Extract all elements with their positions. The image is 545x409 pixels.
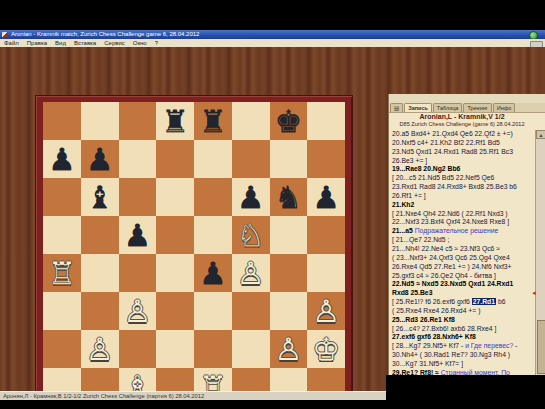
- square-c8[interactable]: [119, 102, 157, 140]
- wood-desktop-background: ♜♜♚♟♟♝♟♞♟♟♘♖♟♙♙♙♙♙♔♗♖ ↺|◄◄▲►►|↻ ◄►▲▼✚✖♙♘…: [0, 47, 545, 400]
- move-text[interactable]: ( 23...Nxf3+ 24.Qxf3 Qc6 25.Qg4 Qxe4: [392, 254, 510, 261]
- square-a7[interactable]: ♟: [43, 140, 81, 178]
- square-e6[interactable]: [194, 178, 232, 216]
- notation-line: 27.exf6 gxf6 28.Nxh6+ Kf8: [392, 333, 533, 342]
- move-text[interactable]: [ 21...Qe7 22.Nd5 ;: [392, 236, 449, 243]
- square-e5[interactable]: [194, 216, 232, 254]
- piece-black-knight[interactable]: ♞: [274, 178, 302, 216]
- move-text[interactable]: 22...Nxf3 23.Bxf4 Qxf4 24.Nxe8 Rxe8 ]: [392, 218, 509, 225]
- piece-white-pawn[interactable]: ♙: [123, 292, 151, 330]
- scroll-up-arrow[interactable]: ▲: [536, 130, 545, 139]
- board-frame: ♜♜♚♟♟♝♟♞♟♟♘♖♟♙♙♙♙♙♔♗♖: [35, 95, 353, 409]
- piece-black-king[interactable]: ♚: [274, 102, 302, 140]
- move-text[interactable]: [ 25.Re1!? f6 26.exf6 gxf6: [392, 298, 472, 305]
- notation-line: 20.Nxf5 c4+ 21.Kh2 Bf2 22.Rf1 Bd5: [392, 139, 533, 148]
- square-h5[interactable]: [307, 216, 345, 254]
- move-text[interactable]: 21...Nh4! 22.Ne4 c5 ≈ 23.Nf3 Qc6 ≈: [392, 245, 500, 252]
- notation-line: [ 26...c4? 27.Bxb6! axb6 28.Rxe4 ]: [392, 325, 533, 334]
- square-h7[interactable]: [307, 140, 345, 178]
- move-text[interactable]: 27.exf6 gxf6 28.Nxh6+ Kf8: [392, 333, 476, 340]
- notation-line: [ 20...c5 21.Nd5 Bd5 22.Nef5 Qe6: [392, 174, 533, 183]
- notation-tab[interactable]: ▤: [390, 103, 403, 112]
- notation-line: 26.Rf1 += ]: [392, 192, 533, 201]
- piece-black-pawn[interactable]: ♟: [237, 178, 265, 216]
- square-h4[interactable]: [307, 254, 345, 292]
- notation-tab[interactable]: Таблица: [433, 103, 463, 112]
- square-a6[interactable]: [43, 178, 81, 216]
- window-title: Aronian - Kramnik match, Zurich Chess Ch…: [11, 30, 199, 39]
- piece-black-rook[interactable]: ♜: [199, 102, 227, 140]
- move-text[interactable]: [ 21.Nxe4 Qh4 22.Nd6 ( 22.Rf1 Nxd3 ): [392, 210, 508, 217]
- square-e2[interactable]: [194, 330, 232, 368]
- move-text[interactable]: 19...Rae8 20.Ng2 Bb6: [392, 165, 460, 172]
- square-d3[interactable]: [156, 292, 194, 330]
- square-g6[interactable]: ♞: [270, 178, 308, 216]
- letterbox-bottom: [0, 400, 545, 409]
- move-text[interactable]: 25...Rd3 26.Re1 Kf8: [392, 316, 455, 323]
- move-text[interactable]: [ 28...Kg7 29.Nf5+ Kf7 -: [392, 342, 465, 349]
- app-icon: [2, 32, 8, 38]
- move-text[interactable]: 26.Rxe4 Qd5 27.Re1 += ) 24.Nf6 Nxf3+: [392, 263, 512, 270]
- notation-line: 26.Be3 += ]: [392, 157, 533, 166]
- piece-black-pawn[interactable]: ♟: [199, 254, 227, 292]
- notation-line: Rxd8 25.Be3: [392, 289, 533, 298]
- notation-line: 23.Rxd1 Rad8 24.Rxd8+ Bxd8 25.Be3 b6: [392, 183, 533, 192]
- menu-item[interactable]: Вставка: [70, 39, 100, 47]
- square-f6[interactable]: ♟: [232, 178, 270, 216]
- square-c2[interactable]: [119, 330, 157, 368]
- piece-black-pawn[interactable]: ♟: [86, 140, 114, 178]
- move-text[interactable]: 23.Nd5 Qxd1 24.Rxd1 Rad8 25.Rf1 Bc3: [392, 148, 513, 155]
- square-f8[interactable]: [232, 102, 270, 140]
- piece-black-rook[interactable]: ♜: [161, 102, 189, 140]
- notation-tab[interactable]: Тренинг: [463, 103, 491, 112]
- square-c4[interactable]: [119, 254, 157, 292]
- notation-line: [ 25.Re1!? f6 26.exf6 gxf6 27.Rd1 b6: [392, 298, 533, 307]
- square-h3[interactable]: ♙: [307, 292, 345, 330]
- notation-line: 21...Nh4! 22.Ne4 c5 ≈ 23.Nf3 Qc6 ≈: [392, 245, 533, 254]
- move-text[interactable]: 26.Rf1 += ]: [392, 192, 426, 199]
- square-a3[interactable]: [43, 292, 81, 330]
- menu-item[interactable]: Сервис: [100, 39, 129, 47]
- move-text[interactable]: ( 25.Rxe4 Rxe4 26.Rxd4 += ): [392, 307, 480, 314]
- square-c7[interactable]: [119, 140, 157, 178]
- notation-line: [ 28...Kg7 29.Nf5+ Kf7 - и Где перевес? …: [392, 342, 533, 351]
- menu-item[interactable]: Правка: [23, 39, 51, 47]
- letterbox-bottom-right: [386, 375, 545, 400]
- square-g3[interactable]: [270, 292, 308, 330]
- notation-line: 25.gxf3 c4 ≈ 26.Qe2 Qh4 - битва ]: [392, 272, 533, 281]
- notation-line: 22...Nxf3 23.Bxf4 Qxf4 24.Nxe8 Rxe8 ]: [392, 218, 533, 227]
- square-b6[interactable]: ♝: [81, 178, 119, 216]
- piece-black-pawn[interactable]: ♟: [123, 216, 151, 254]
- notation-line: 21.Kh2: [392, 201, 533, 210]
- square-d6[interactable]: [156, 178, 194, 216]
- move-text[interactable]: Rxd8 25.Be3: [392, 289, 432, 296]
- annotation-text: и Где перевес?: [465, 342, 513, 349]
- move-text[interactable]: 23.Rxd1 Rad8 24.Rxd8+ Bxd8 25.Be3 b6: [392, 183, 517, 190]
- square-d8[interactable]: ♜: [156, 102, 194, 140]
- piece-white-knight[interactable]: ♘: [237, 216, 265, 254]
- notation-line: 20.a5 Bxd4+ 21.Qxd4 Qe6 22.Qf2 ± +=): [392, 130, 533, 139]
- selected-move[interactable]: 27.Rd1: [472, 298, 496, 305]
- square-b8[interactable]: [81, 102, 119, 140]
- square-h8[interactable]: [307, 102, 345, 140]
- square-e3[interactable]: [194, 292, 232, 330]
- square-a5[interactable]: [43, 216, 81, 254]
- vertical-scroll-thumb[interactable]: [537, 320, 545, 374]
- square-h2[interactable]: ♔: [307, 330, 345, 368]
- square-g8[interactable]: ♚: [270, 102, 308, 140]
- square-d5[interactable]: [156, 216, 194, 254]
- piece-black-bishop[interactable]: ♝: [86, 178, 114, 216]
- menu-item[interactable]: Вид: [51, 39, 70, 47]
- square-g2[interactable]: ♙: [270, 330, 308, 368]
- square-c6[interactable]: [119, 178, 157, 216]
- square-g4[interactable]: [270, 254, 308, 292]
- notation-line: 22.Nd5 ≈ Nxd5 23.Nxd5 Qxd1 24.Rxd1: [392, 280, 533, 289]
- move-text[interactable]: 25.gxf3 c4 ≈ 26.Qe2 Qh4 - битва ]: [392, 272, 496, 279]
- move-text[interactable]: 20.Nxf5 c4+ 21.Kh2 Bf2 22.Rf1 Bd5: [392, 139, 500, 146]
- move-text[interactable]: 20.a5 Bxd4+ 21.Qxd4 Qe6 22.Qf2 ± +=): [392, 130, 513, 137]
- square-g5[interactable]: [270, 216, 308, 254]
- square-g7[interactable]: [270, 140, 308, 178]
- square-d2[interactable]: [156, 330, 194, 368]
- square-f3[interactable]: [232, 292, 270, 330]
- square-a2[interactable]: [43, 330, 81, 368]
- notation-text: 20.a5 Bxd4+ 21.Qxd4 Qe6 22.Qf2 ± +=)20.N…: [392, 130, 533, 409]
- square-a4[interactable]: ♖: [43, 254, 81, 292]
- square-e7[interactable]: [194, 140, 232, 178]
- notation-line: [ 21...Qe7 22.Nd5 ;: [392, 236, 533, 245]
- move-text[interactable]: 30.Nh4+ ( 30.Rad1 Re7? 30.Ng3 Rh4 ): [392, 351, 510, 358]
- square-f7[interactable]: [232, 140, 270, 178]
- move-text[interactable]: [ 26...c4? 27.Bxb6! axb6 28.Rxe4 ]: [392, 325, 496, 332]
- notation-line: [ 21.Nxe4 Qh4 22.Nd6 ( 22.Rf1 Nxd3 ): [392, 210, 533, 219]
- square-b4[interactable]: [81, 254, 119, 292]
- menu-item[interactable]: ?: [151, 39, 162, 47]
- notation-line: 23.Nd5 Qxd1 24.Rxd1 Rad8 25.Rf1 Bc3: [392, 148, 533, 157]
- move-text[interactable]: b6: [496, 298, 505, 305]
- move-text[interactable]: [ 20...c5 21.Nd5 Bd5 22.Nef5 Qe6: [392, 174, 494, 181]
- move-text[interactable]: 21...a5: [392, 227, 415, 234]
- square-b3[interactable]: [81, 292, 119, 330]
- menu-item[interactable]: Файл: [0, 39, 23, 47]
- move-text[interactable]: -: [513, 342, 517, 349]
- square-a8[interactable]: [43, 102, 81, 140]
- piece-white-king[interactable]: ♔: [312, 330, 340, 368]
- notation-tab[interactable]: Инфо: [493, 103, 516, 112]
- square-e4[interactable]: ♟: [194, 254, 232, 292]
- square-f4[interactable]: ♙: [232, 254, 270, 292]
- square-f5[interactable]: ♘: [232, 216, 270, 254]
- game-players-header: Aronian,L - Kramnik,V 1/2: [389, 113, 535, 120]
- square-e8[interactable]: ♜: [194, 102, 232, 140]
- piece-white-pawn[interactable]: ♙: [312, 292, 340, 330]
- square-b2[interactable]: ♙: [81, 330, 119, 368]
- chess-board: ♜♜♚♟♟♝♟♞♟♟♘♖♟♙♙♙♙♙♔♗♖: [43, 102, 345, 406]
- annotation-text: Подражательное решение: [415, 227, 499, 234]
- piece-white-rook[interactable]: ♖: [48, 254, 76, 292]
- letterbox-top: [0, 0, 545, 30]
- window-title-bar: Aronian - Kramnik match, Zurich Chess Ch…: [0, 30, 545, 39]
- move-text[interactable]: 26.Be3 += ]: [392, 157, 427, 164]
- square-d7[interactable]: [156, 140, 194, 178]
- move-text[interactable]: 30...Kg7 31.Nf5+ Kf7= ]: [392, 360, 463, 367]
- notation-line: ( 23...Nxf3+ 24.Qxf3 Qc6 25.Qg4 Qxe4: [392, 254, 533, 263]
- piece-black-pawn[interactable]: ♟: [312, 178, 340, 216]
- piece-white-pawn[interactable]: ♙: [274, 330, 302, 368]
- square-h6[interactable]: ♟: [307, 178, 345, 216]
- notation-line: 21...a5 Подражательное решение: [392, 227, 533, 236]
- square-c3[interactable]: ♙: [119, 292, 157, 330]
- menu-item[interactable]: Окно: [129, 39, 151, 47]
- square-b5[interactable]: [81, 216, 119, 254]
- piece-white-pawn[interactable]: ♙: [237, 254, 265, 292]
- notation-tabs: ▤ЗаписьТаблицаТренингИнфо: [389, 103, 545, 113]
- status-bar: Аронян,Л - Крамник,В 1/2-1/2 Zurich Ches…: [0, 391, 386, 400]
- notation-panel: ◄►▲▼✚✖♙♘♗♖♕♔N? ▤ЗаписьТаблицаТренингИнфо…: [388, 94, 545, 409]
- notation-line: 19...Rae8 20.Ng2 Bb6: [392, 165, 533, 174]
- move-text[interactable]: 22.Nd5 ≈ Nxd5 23.Nxd5 Qxd1 24.Rxd1: [392, 280, 513, 287]
- square-c5[interactable]: ♟: [119, 216, 157, 254]
- move-text[interactable]: 21.Kh2: [392, 201, 414, 208]
- square-f2[interactable]: [232, 330, 270, 368]
- piece-black-pawn[interactable]: ♟: [48, 140, 76, 178]
- notation-line: 30.Nh4+ ( 30.Rad1 Re7? 30.Ng3 Rh4 ): [392, 351, 533, 360]
- square-b7[interactable]: ♟: [81, 140, 119, 178]
- notation-line: 26.Rxe4 Qd5 27.Re1 += ) 24.Nf6 Nxf3+: [392, 263, 533, 272]
- vertical-scrollbar[interactable]: ▲ ▼ ◄: [535, 130, 545, 409]
- piece-white-pawn[interactable]: ♙: [86, 330, 114, 368]
- notation-line: 30...Kg7 31.Nf5+ Kf7= ]: [392, 360, 533, 369]
- notation-line: ( 25.Rxe4 Rxe4 26.Rxd4 += ): [392, 307, 533, 316]
- variation-marker-icon: ◄: [531, 290, 537, 296]
- notation-tab[interactable]: Запись: [404, 103, 432, 112]
- square-d4[interactable]: [156, 254, 194, 292]
- game-event-header: D85 Zurich Chess Challenge (game 6) 28.0…: [389, 121, 535, 127]
- notation-line: 25...Rd3 26.Re1 Kf8: [392, 316, 533, 325]
